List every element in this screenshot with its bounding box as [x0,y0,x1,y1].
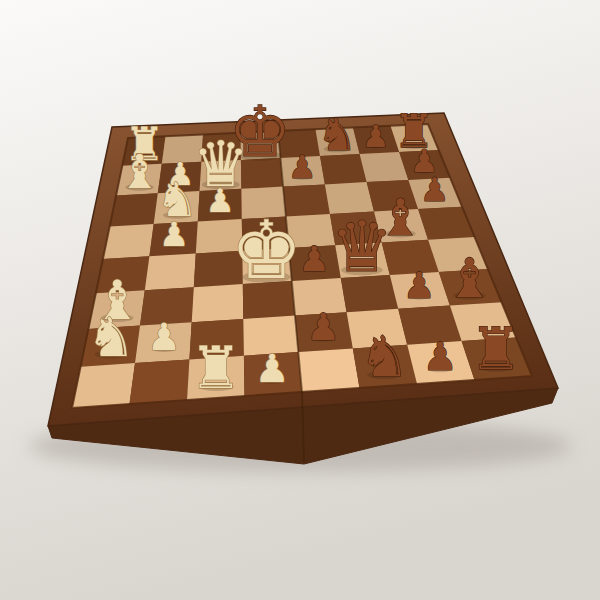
piece-black-rook-h1: ♜ [470,315,522,383]
piece-white-knight-a2: ♞ [87,306,136,369]
piece-black-pawn-g8: ♟ [362,119,389,154]
piece-black-pawn-e7: ♟ [288,149,316,185]
piece-black-pawn-g1: ♟ [423,334,458,379]
piece-white-king-d4: ♚ [230,204,302,297]
piece-black-pawn-e2: ♟ [306,305,340,349]
piece-black-pawn-h6: ♟ [420,171,449,209]
square-e1 [298,348,359,392]
piece-black-pawn-e4: ♟ [298,239,329,279]
piece-black-pawn-g3: ♟ [403,265,435,307]
piece-white-rook-c1: ♜ [190,334,242,402]
square-b1 [130,359,190,404]
piece-white-pawn-b5: ♟ [159,215,189,254]
piece-white-pawn-d1: ♟ [255,346,290,391]
piece-black-knight-f8: ♞ [317,109,357,160]
square-a5 [103,224,154,259]
piece-white-pawn-b2: ♟ [147,315,181,359]
piece-black-bishop-h3: ♝ [445,247,494,310]
photo-stage: ♜♚♞♟♜♝♟♛♟♟♞♟♟♟♝♚♛♟♝♝♟♞♟♟♜♟♞♟♜ [0,0,600,600]
square-a1 [72,363,135,408]
piece-black-knight-f1: ♞ [359,324,409,389]
piece-white-bishop-a7: ♝ [118,144,160,199]
chess-board-photo: ♜♚♞♟♜♝♟♛♟♟♞♟♟♟♝♚♛♟♝♝♟♞♟♟♜♟♞♟♜ [0,0,600,600]
piece-black-queen-f4: ♛ [331,206,393,287]
square-b4 [145,253,196,290]
